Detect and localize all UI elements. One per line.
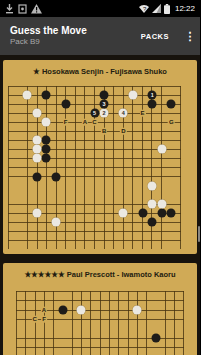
black-stone [52,172,61,181]
move-choice-label: G [168,119,175,126]
white-stone [32,109,41,118]
move-choice-label: C [91,119,97,126]
packs-button[interactable]: PACKS [141,32,169,41]
white-stone [157,145,166,154]
white-numbered-stone: 4 [119,109,128,118]
game-card[interactable]: ★★★★★★ Paul Prescott - Iwamoto Kaoru ACF [3,263,197,355]
wifi-question-icon: ? [139,4,149,13]
black-stone [58,305,67,314]
move-choice-label: F [41,316,47,323]
white-stone [77,305,86,314]
move-choice-label: D [120,128,126,135]
black-stone [167,208,176,217]
black-stone [32,172,41,181]
black-stone [42,145,51,154]
move-choice-label: E [140,110,146,117]
white-stone [148,181,157,190]
white-numbered-stone: 2 [100,109,109,118]
black-stone [42,154,51,163]
black-stone [42,91,51,100]
toolbar-titles: Guess the Move Pack B9 [10,25,141,47]
black-stone [100,91,109,100]
move-choice-label: B [101,128,107,135]
white-stone [23,91,32,100]
game-title: ★★★★★★ Paul Prescott - Iwamoto Kaoru [3,270,197,279]
white-stone [157,199,166,208]
black-stone [138,208,147,217]
black-stone [148,100,157,109]
toolbar: Guess the Move Pack B9 PACKS ⋮ [0,17,200,55]
black-stone [61,100,70,109]
game-title: ★ Hosokawa Senjin - Fujisawa Shuko [3,67,197,76]
white-stone [32,208,41,217]
white-stone [32,136,41,145]
white-stone [148,199,157,208]
black-numbered-stone: 3 [100,100,109,109]
pack-subtitle: Pack B9 [10,37,141,47]
black-stone [157,208,166,217]
status-bar-right: ? 12:22 [139,4,195,14]
scrollbar-thumb[interactable] [198,226,201,242]
black-stone [167,100,176,109]
app-screen: ? 12:22 Guess the Move Pack B9 PACKS ⋮ ★… [0,0,200,355]
white-stone [32,145,41,154]
download-icon [5,4,14,14]
go-board-grid: 12345ABCDEFG [8,86,181,249]
warning-icon [31,4,42,14]
game-card[interactable]: ★ Hosokawa Senjin - Fujisawa Shuko 12345… [3,60,197,254]
move-choice-label: F [63,119,69,126]
black-numbered-stone: 1 [148,91,157,100]
black-stone [42,136,51,145]
clock: 12:22 [175,4,195,13]
white-stone [128,91,137,100]
white-stone [119,208,128,217]
black-stone [148,217,157,226]
black-numbered-stone: 5 [90,109,99,118]
move-choice-label: A [82,119,88,126]
app-title: Guess the Move [10,25,141,37]
screenshot-icon [18,4,27,14]
overflow-menu-icon[interactable]: ⋮ [182,30,198,43]
status-bar-left [5,4,135,14]
battery-icon [164,4,170,14]
signal-icon [152,4,161,13]
move-choice-label: A [41,306,47,313]
status-bar: ? 12:22 [0,0,200,17]
black-stone [152,333,161,342]
white-stone [52,217,61,226]
move-choice-label: C [31,316,37,323]
white-stone [32,154,41,163]
white-stone [133,305,142,314]
go-board-grid: ACF [16,291,184,355]
white-stone [42,118,51,127]
